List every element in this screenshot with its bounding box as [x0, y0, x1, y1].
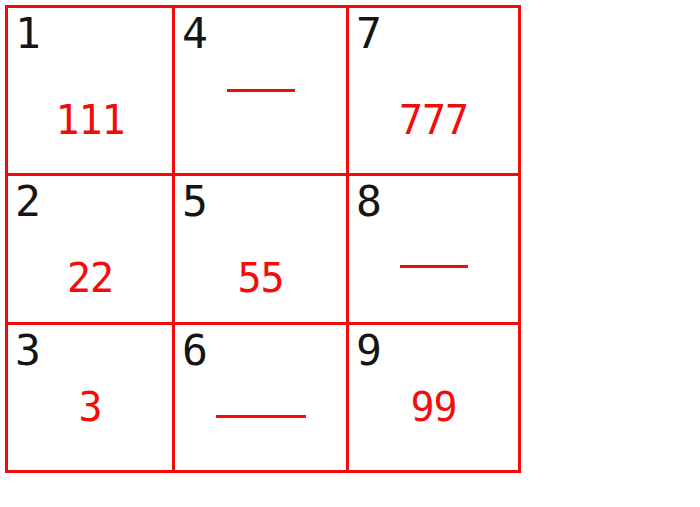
cell-6-number: 6 — [182, 329, 208, 372]
cell-7[interactable]: 7 777 — [349, 8, 518, 173]
cell-7-number: 7 — [356, 12, 382, 55]
cell-1-number: 1 — [15, 12, 41, 55]
cell-2-number: 2 — [15, 180, 41, 223]
cell-2[interactable]: 2 22 — [8, 176, 172, 322]
cell-8-number: 8 — [356, 180, 382, 223]
cell-8[interactable]: 8 — [349, 176, 518, 322]
cell-3-number: 3 — [15, 329, 41, 372]
cell-5-answer: 55 — [175, 258, 346, 298]
cell-4[interactable]: 4 — [175, 8, 346, 173]
cell-4-number: 4 — [182, 12, 208, 55]
cell-5[interactable]: 5 55 — [175, 176, 346, 322]
cell-1[interactable]: 1 111 — [8, 8, 172, 173]
cell-3[interactable]: 3 3 — [8, 325, 172, 470]
cell-5-number: 5 — [182, 180, 208, 223]
answer-grid-board: 1 111 4 7 777 2 22 5 55 8 3 3 6 9 99 — [5, 5, 521, 473]
cell-6[interactable]: 6 — [175, 325, 346, 470]
blank-answer-line — [400, 265, 468, 268]
blank-answer-line — [216, 415, 306, 418]
cell-3-answer: 3 — [8, 387, 172, 427]
cell-9-number: 9 — [356, 329, 382, 372]
cell-2-answer: 22 — [8, 258, 172, 298]
cell-9[interactable]: 9 99 — [349, 325, 518, 470]
cell-7-answer: 777 — [349, 100, 518, 140]
cell-9-answer: 99 — [349, 387, 518, 427]
blank-answer-line — [227, 89, 295, 92]
cell-1-answer: 111 — [8, 100, 172, 140]
